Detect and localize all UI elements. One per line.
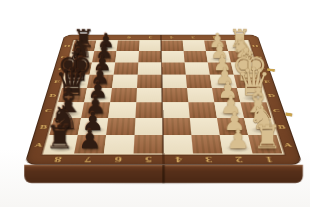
square-f2: ♟ bbox=[208, 62, 234, 74]
square-d4 bbox=[162, 88, 188, 102]
coord-label-bottom-5: 5 bbox=[133, 154, 164, 165]
square-h3 bbox=[183, 40, 206, 51]
black-rook-h8: ♜ bbox=[65, 27, 101, 51]
scene: 87654321 87654321 HGFEDCBA HGFEDCBA ♜♟♟♜… bbox=[0, 0, 310, 207]
coord-label-bottom-6: 6 bbox=[102, 154, 133, 165]
square-f4 bbox=[161, 62, 185, 74]
coord-label-bottom-2: 2 bbox=[223, 154, 255, 165]
white-rook-a1: ♜ bbox=[243, 121, 290, 153]
square-h2: ♟ bbox=[204, 40, 228, 51]
coord-label-bottom-1: 1 bbox=[253, 154, 286, 165]
square-h5 bbox=[139, 40, 161, 51]
square-g5 bbox=[138, 51, 161, 62]
coord-label-top-2: 2 bbox=[203, 35, 225, 41]
square-g2: ♟ bbox=[206, 51, 231, 62]
photo-stage: 87654321 87654321 HGFEDCBA HGFEDCBA ♜♟♟♜… bbox=[0, 0, 310, 207]
square-h4 bbox=[161, 40, 184, 51]
chess-board: 87654321 87654321 HGFEDCBA HGFEDCBA ♜♟♟♜… bbox=[24, 35, 303, 165]
square-c4 bbox=[162, 102, 189, 118]
square-f3 bbox=[185, 62, 210, 74]
square-a1: ♜ bbox=[248, 135, 282, 154]
square-h8: ♜ bbox=[72, 40, 96, 51]
coord-label-top-7: 7 bbox=[96, 35, 118, 41]
coords-top: 87654321 bbox=[75, 35, 247, 41]
square-b4 bbox=[163, 118, 192, 135]
square-h6 bbox=[117, 40, 140, 51]
coord-label-bottom-3: 3 bbox=[193, 154, 225, 165]
coord-label-top-5: 5 bbox=[139, 35, 161, 41]
square-a4 bbox=[163, 135, 193, 154]
coord-label-top-6: 6 bbox=[118, 35, 140, 41]
brass-latch-icon bbox=[285, 113, 292, 117]
black-pawn-a7: ♟ bbox=[65, 127, 112, 153]
coord-label-top-4: 4 bbox=[161, 35, 183, 41]
square-a7: ♟ bbox=[74, 135, 106, 154]
square-f6 bbox=[114, 62, 139, 74]
black-pawn-h7: ♟ bbox=[88, 31, 124, 51]
coord-label-right-h: H bbox=[247, 40, 263, 51]
square-c5 bbox=[135, 102, 162, 118]
white-rook-h1: ♜ bbox=[221, 27, 257, 51]
square-a5 bbox=[134, 135, 164, 154]
board-side-face bbox=[24, 165, 303, 183]
coord-label-bottom-8: 8 bbox=[41, 154, 74, 165]
white-pawn-h2: ♟ bbox=[199, 31, 235, 51]
square-f5 bbox=[138, 62, 162, 74]
black-knight-g8: ♞ bbox=[62, 35, 99, 62]
coord-label-top-1: 1 bbox=[224, 35, 247, 41]
black-pawn-g7: ♟ bbox=[85, 42, 122, 62]
white-pawn-g2: ♟ bbox=[201, 42, 238, 62]
square-h1: ♜ bbox=[226, 40, 251, 51]
square-g4 bbox=[161, 51, 184, 62]
coord-label-top-3: 3 bbox=[182, 35, 204, 41]
coord-label-bottom-7: 7 bbox=[72, 154, 104, 165]
square-b5 bbox=[135, 118, 163, 135]
square-e5 bbox=[137, 75, 162, 88]
square-g3 bbox=[184, 51, 208, 62]
square-d5 bbox=[136, 88, 162, 102]
square-h7: ♟ bbox=[94, 40, 118, 51]
square-g7: ♟ bbox=[92, 51, 117, 62]
square-f7: ♟ bbox=[90, 62, 116, 74]
coord-label-left-h: H bbox=[59, 40, 74, 51]
fold-seam-side bbox=[163, 165, 165, 183]
square-g6 bbox=[115, 51, 139, 62]
coord-label-top-8: 8 bbox=[75, 35, 98, 41]
square-e4 bbox=[162, 75, 187, 88]
coord-label-bottom-4: 4 bbox=[163, 154, 194, 165]
white-knight-g1: ♞ bbox=[224, 35, 261, 62]
